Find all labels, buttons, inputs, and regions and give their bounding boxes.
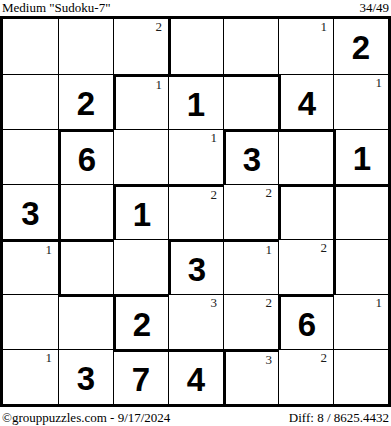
cell-r5c3-region4[interactable] <box>113 239 168 294</box>
pencil-mark: 2 <box>211 188 218 202</box>
difficulty-text: Diff: 8 / 8625.4432 <box>289 410 389 425</box>
cell-r6c1-region6[interactable] <box>3 294 58 349</box>
cell-r2c2-region1[interactable]: 2 <box>58 74 113 129</box>
cell-r6c5-region5[interactable]: 2 <box>223 294 278 349</box>
given-digit: 2 <box>77 87 95 120</box>
cell-r1c5-region2[interactable] <box>223 19 278 74</box>
cell-r4c6-region5[interactable] <box>278 184 333 239</box>
pencil-mark: 3 <box>266 353 273 367</box>
progress-counter: 34/49 <box>359 1 389 15</box>
cell-r1c1-region1[interactable] <box>3 19 58 74</box>
cell-r1c3-region1[interactable]: 2 <box>113 19 168 74</box>
puzzle-title: Medium "Sudoku-7" <box>2 1 110 15</box>
pencil-mark: 1 <box>321 20 328 34</box>
given-digit: 7 <box>132 363 150 396</box>
cell-r6c4-region5[interactable]: 3 <box>168 294 223 349</box>
cell-r4c2-region3[interactable] <box>58 184 113 239</box>
cell-r7c2-region6[interactable]: 3 <box>58 349 113 404</box>
given-digit: 4 <box>187 363 205 396</box>
cell-r3c5-region4[interactable]: 3 <box>223 129 278 184</box>
cell-r5c1-region6[interactable]: 1 <box>3 239 58 294</box>
cell-r3c2-region3[interactable]: 6 <box>58 129 113 184</box>
pencil-mark: 1 <box>46 243 53 257</box>
cell-r7c6-region7[interactable]: 2 <box>278 349 333 404</box>
cell-r3c6-region4[interactable] <box>278 129 333 184</box>
pencil-mark: 1 <box>376 76 383 90</box>
cell-r4c3-region4[interactable]: 1 <box>113 184 168 239</box>
cell-r5c6-region5[interactable]: 2 <box>278 239 333 294</box>
cell-r5c7-region7[interactable] <box>333 239 388 294</box>
cell-r3c7-region2[interactable]: 1 <box>333 129 388 184</box>
pencil-mark: 1 <box>156 78 163 92</box>
cell-r7c3-region6[interactable]: 7 <box>113 349 168 404</box>
cell-r1c4-region2[interactable] <box>168 19 223 74</box>
cell-r2c6-region2[interactable]: 4 <box>278 74 333 129</box>
cell-r7c4-region6[interactable]: 4 <box>168 349 223 404</box>
given-digit: 3 <box>243 143 261 176</box>
cell-r4c5-region4[interactable]: 2 <box>223 184 278 239</box>
given-digit: 3 <box>77 362 95 395</box>
cell-r1c7-region2[interactable]: 2 <box>333 19 388 74</box>
given-digit: 3 <box>188 253 206 286</box>
footer-bar: ©grouppuzzles.com - 9/17/2024 Diff: 8 / … <box>0 407 391 426</box>
cell-r3c4-region3[interactable]: 1 <box>168 129 223 184</box>
given-digit: 1 <box>353 142 371 175</box>
cell-r2c3-region3[interactable]: 1 <box>113 74 168 129</box>
cell-r2c7-region2[interactable]: 1 <box>333 74 388 129</box>
cell-r7c5-region7[interactable]: 3 <box>223 349 278 404</box>
cell-r3c1-region1[interactable] <box>3 129 58 184</box>
pencil-mark: 2 <box>266 186 273 200</box>
pencil-mark: 1 <box>46 351 53 365</box>
given-digit: 1 <box>133 198 151 231</box>
cell-r2c5-region3[interactable] <box>223 74 278 129</box>
given-digit: 4 <box>298 87 316 120</box>
puzzle-page: Medium "Sudoku-7" 34/49 2122114161313122… <box>0 0 391 426</box>
cell-r6c3-region5[interactable]: 2 <box>113 294 168 349</box>
cell-r6c2-region6[interactable] <box>58 294 113 349</box>
pencil-mark: 2 <box>321 351 328 365</box>
pencil-mark: 1 <box>376 296 383 310</box>
copyright-text: ©grouppuzzles.com - 9/17/2024 <box>2 410 170 425</box>
cell-r5c2-region4[interactable] <box>58 239 113 294</box>
cell-r6c7-region7[interactable]: 1 <box>333 294 388 349</box>
cell-r7c7-region7[interactable] <box>333 349 388 404</box>
pencil-mark: 2 <box>266 296 273 310</box>
cell-r4c1-region1[interactable]: 3 <box>3 184 58 239</box>
cell-r6c6-region7[interactable]: 6 <box>278 294 333 349</box>
cell-r7c1-region6[interactable]: 1 <box>3 349 58 404</box>
given-digit: 2 <box>133 308 151 341</box>
pencil-mark: 1 <box>266 243 273 257</box>
given-digit: 3 <box>21 197 39 230</box>
pencil-mark: 2 <box>156 20 163 34</box>
pencil-mark: 2 <box>321 241 328 255</box>
cell-r4c7-region7[interactable] <box>333 184 388 239</box>
given-digit: 1 <box>187 88 205 121</box>
pencil-mark: 3 <box>211 296 218 310</box>
given-digit: 6 <box>298 308 316 341</box>
given-digit: 6 <box>78 143 96 176</box>
cell-r2c1-region1[interactable] <box>3 74 58 129</box>
cell-r1c2-region1[interactable] <box>58 19 113 74</box>
cell-r1c6-region2[interactable]: 1 <box>278 19 333 74</box>
cell-r3c3-region3[interactable] <box>113 129 168 184</box>
cell-r5c5-region5[interactable]: 1 <box>223 239 278 294</box>
cell-r2c4-region3[interactable]: 1 <box>168 74 223 129</box>
header-bar: Medium "Sudoku-7" 34/49 <box>0 0 391 16</box>
pencil-mark: 1 <box>211 131 218 145</box>
cell-r5c4-region5[interactable]: 3 <box>168 239 223 294</box>
sudoku-board: 2122114161313122131223261137432 <box>0 16 391 407</box>
cell-r4c4-region4[interactable]: 2 <box>168 184 223 239</box>
given-digit: 2 <box>352 31 370 64</box>
